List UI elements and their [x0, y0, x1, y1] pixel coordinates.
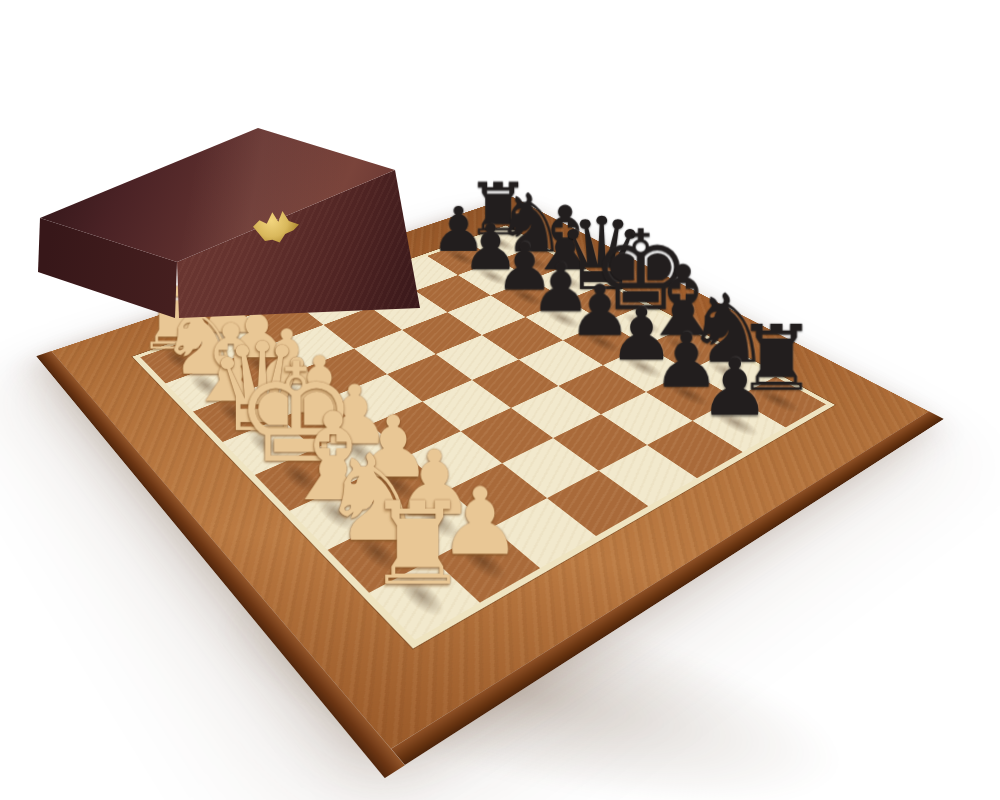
- piece-white-rook-h1[interactable]: ♜: [369, 559, 480, 640]
- piece-black-pawn-h7[interactable]: ♟: [692, 398, 785, 452]
- white-rook-glyph: ♜: [261, 487, 574, 602]
- black-pawn-glyph: ♟: [607, 348, 862, 427]
- chess-set-product-photo: ♜♞♝♛♚♝♞♜♟♟♟♟♟♟♟♟♟♟♟♟♟♟♟♟♜♞♝♛♚♝♞♜: [0, 0, 1000, 800]
- wooden-storage-box: [28, 112, 428, 327]
